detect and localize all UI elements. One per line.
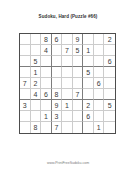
footer-url: www.PrintFreeSudoku.com [0, 161, 136, 165]
cell-r9c1[interactable] [20, 122, 31, 133]
cell-r7c4[interactable]: 9 [52, 100, 63, 111]
cell-r5c1[interactable]: 7 [20, 78, 31, 89]
printable-sudoku-page: Sudoku, Hard (Puzzle #66) 86924751561572… [0, 0, 136, 176]
cell-r7c2[interactable] [31, 100, 42, 111]
cell-r4c7[interactable]: 5 [83, 67, 94, 78]
cell-r4c3[interactable] [41, 67, 52, 78]
cell-r4c9[interactable] [104, 67, 115, 78]
cell-r4c8[interactable] [94, 67, 105, 78]
cell-r8c2[interactable] [31, 111, 42, 122]
cell-r1c6[interactable]: 9 [73, 34, 84, 45]
cell-r8c5[interactable] [62, 111, 73, 122]
cell-r1c4[interactable]: 6 [52, 34, 63, 45]
cell-r6c2[interactable]: 4 [31, 89, 42, 100]
cell-r2c6[interactable]: 5 [73, 45, 84, 56]
cell-r3c6[interactable] [73, 56, 84, 67]
cell-r9c7[interactable] [83, 122, 94, 133]
cell-r9c2[interactable]: 8 [31, 122, 42, 133]
cell-r7c7[interactable]: 2 [83, 100, 94, 111]
cell-r5c8[interactable]: 6 [94, 78, 105, 89]
cell-r8c9[interactable] [104, 111, 115, 122]
cell-r2c9[interactable] [104, 45, 115, 56]
cell-r8c6[interactable] [73, 111, 84, 122]
cell-r7c5[interactable]: 1 [62, 100, 73, 111]
cell-r5c7[interactable] [83, 78, 94, 89]
cell-r3c8[interactable] [94, 56, 105, 67]
cell-r4c6[interactable] [73, 67, 84, 78]
cell-r6c1[interactable] [20, 89, 31, 100]
cell-r3c5[interactable] [62, 56, 73, 67]
cell-r8c4[interactable]: 3 [52, 111, 63, 122]
cell-r6c9[interactable] [104, 89, 115, 100]
cell-r3c2[interactable]: 5 [31, 56, 42, 67]
cell-r4c4[interactable] [52, 67, 63, 78]
cell-r6c7[interactable] [83, 89, 94, 100]
cell-r5c5[interactable] [62, 78, 73, 89]
cell-r8c7[interactable]: 6 [83, 111, 94, 122]
cell-r3c7[interactable] [83, 56, 94, 67]
cell-r6c4[interactable]: 8 [52, 89, 63, 100]
cell-r1c2[interactable] [31, 34, 42, 45]
cell-r8c8[interactable] [94, 111, 105, 122]
cell-r2c7[interactable]: 1 [83, 45, 94, 56]
puzzle-title: Sudoku, Hard (Puzzle #66) [0, 14, 136, 19]
cell-r7c6[interactable] [73, 100, 84, 111]
cell-r3c3[interactable] [41, 56, 52, 67]
cell-r8c3[interactable]: 1 [41, 111, 52, 122]
sudoku-board: 869247515615726468739125136871 [19, 33, 116, 134]
cell-r9c6[interactable] [73, 122, 84, 133]
cell-r4c5[interactable] [62, 67, 73, 78]
cell-r5c6[interactable] [73, 78, 84, 89]
cell-r5c9[interactable] [104, 78, 115, 89]
cell-r9c3[interactable] [41, 122, 52, 133]
cell-r7c8[interactable] [94, 100, 105, 111]
cell-r2c8[interactable] [94, 45, 105, 56]
cell-r4c1[interactable] [20, 67, 31, 78]
cell-r3c1[interactable] [20, 56, 31, 67]
cell-r5c4[interactable] [52, 78, 63, 89]
cell-r6c5[interactable] [62, 89, 73, 100]
cell-r2c3[interactable]: 4 [41, 45, 52, 56]
cell-r5c3[interactable] [41, 78, 52, 89]
cell-r6c6[interactable]: 7 [73, 89, 84, 100]
cell-r5c2[interactable]: 2 [31, 78, 42, 89]
cell-r1c3[interactable]: 8 [41, 34, 52, 45]
cell-r7c9[interactable]: 5 [104, 100, 115, 111]
cell-r9c4[interactable]: 7 [52, 122, 63, 133]
cell-r4c2[interactable]: 1 [31, 67, 42, 78]
cell-r3c4[interactable] [52, 56, 63, 67]
cell-r1c8[interactable] [94, 34, 105, 45]
cell-r2c5[interactable]: 7 [62, 45, 73, 56]
cell-r2c1[interactable] [20, 45, 31, 56]
cell-r6c8[interactable] [94, 89, 105, 100]
cell-r1c9[interactable]: 2 [104, 34, 115, 45]
cell-r8c1[interactable] [20, 111, 31, 122]
cell-r9c8[interactable]: 1 [94, 122, 105, 133]
cell-r9c5[interactable] [62, 122, 73, 133]
cell-r2c4[interactable] [52, 45, 63, 56]
cell-r1c7[interactable] [83, 34, 94, 45]
cell-r7c3[interactable] [41, 100, 52, 111]
cell-r9c9[interactable] [104, 122, 115, 133]
cell-r1c5[interactable] [62, 34, 73, 45]
cell-r1c1[interactable] [20, 34, 31, 45]
cell-r3c9[interactable]: 6 [104, 56, 115, 67]
cell-r6c3[interactable]: 6 [41, 89, 52, 100]
cell-r2c2[interactable] [31, 45, 42, 56]
cell-r7c1[interactable]: 3 [20, 100, 31, 111]
